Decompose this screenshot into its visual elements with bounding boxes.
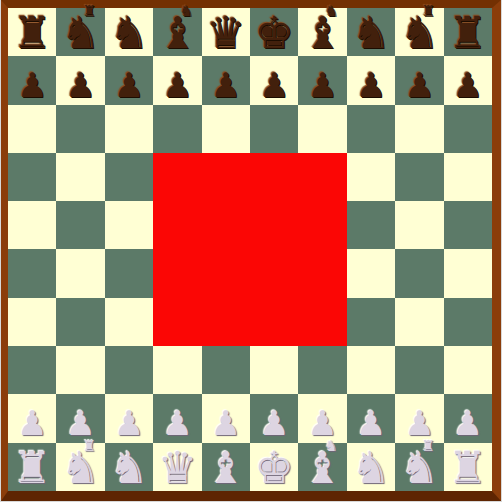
chess-board: ♜♞♜♞♝♞♛♚♝♞♞♞♜♜♟♟♟♟♟♟♟♟♟♟♟♟♟♟♟♟♟♟♟♟♜♞♜♞♛♝…: [8, 8, 492, 491]
board-frame: ♜♞♜♞♝♞♛♚♝♞♞♞♜♜♟♟♟♟♟♟♟♟♟♟♟♟♟♟♟♟♟♟♟♟♜♞♜♞♛♝…: [1, 0, 501, 501]
square-r6c10[interactable]: [444, 249, 492, 297]
square-r5c8[interactable]: [347, 201, 395, 249]
square-r3c5[interactable]: [202, 105, 250, 153]
black-chancellor-piece: ♞♜: [56, 8, 104, 56]
square-r3c2[interactable]: [56, 105, 104, 153]
square-r8c6[interactable]: [250, 346, 298, 394]
black-king-piece: ♚: [250, 8, 298, 56]
square-r8c2[interactable]: [56, 346, 104, 394]
square-r4c9[interactable]: [395, 153, 443, 201]
square-r5c10[interactable]: [444, 201, 492, 249]
square-r3c9[interactable]: [395, 105, 443, 153]
square-r2c7[interactable]: ♟: [298, 56, 346, 104]
white-pawn-piece: ♟: [347, 394, 395, 442]
square-r10c5[interactable]: ♝: [202, 443, 250, 491]
white-queen-piece: ♛: [153, 443, 201, 491]
black-pawn-piece: ♟: [444, 56, 492, 104]
square-r1c9[interactable]: ♞♜: [395, 8, 443, 56]
square-r6c9[interactable]: [395, 249, 443, 297]
square-r9c2[interactable]: ♟: [56, 394, 104, 442]
square-r7c10[interactable]: [444, 298, 492, 346]
square-r3c4[interactable]: [153, 105, 201, 153]
square-r3c6[interactable]: [250, 105, 298, 153]
black-chancellor-piece-crown-icon: ♜: [83, 4, 96, 19]
square-r1c3[interactable]: ♞: [105, 8, 153, 56]
white-chancellor-piece: ♞♜: [395, 443, 443, 491]
square-r8c5[interactable]: [202, 346, 250, 394]
square-r8c10[interactable]: [444, 346, 492, 394]
square-r7c9[interactable]: [395, 298, 443, 346]
black-pawn-piece: ♟: [153, 56, 201, 104]
square-r9c10[interactable]: ♟: [444, 394, 492, 442]
black-pawn-piece: ♟: [298, 56, 346, 104]
square-r10c10[interactable]: ♜: [444, 443, 492, 491]
square-r1c2[interactable]: ♞♜: [56, 8, 104, 56]
white-rook-piece: ♜: [444, 443, 492, 491]
square-r4c1[interactable]: [8, 153, 56, 201]
square-r6c3[interactable]: [105, 249, 153, 297]
black-rook-piece: ♜: [444, 8, 492, 56]
black-pawn-piece: ♟: [202, 56, 250, 104]
square-r2c4[interactable]: ♟: [153, 56, 201, 104]
square-r6c1[interactable]: [8, 249, 56, 297]
square-r1c7[interactable]: ♝♞: [298, 8, 346, 56]
square-r8c4[interactable]: [153, 346, 201, 394]
black-pawn-piece: ♟: [105, 56, 153, 104]
square-r10c9[interactable]: ♞♜: [395, 443, 443, 491]
white-pawn-piece: ♟: [250, 394, 298, 442]
square-r1c6[interactable]: ♚: [250, 8, 298, 56]
square-r3c1[interactable]: [8, 105, 56, 153]
square-r7c8[interactable]: [347, 298, 395, 346]
white-knight-piece: ♞: [105, 443, 153, 491]
square-r8c7[interactable]: [298, 346, 346, 394]
black-archbishop-piece-crown-icon: ♞: [179, 4, 192, 19]
square-r7c3[interactable]: [105, 298, 153, 346]
square-r6c8[interactable]: [347, 249, 395, 297]
square-r8c8[interactable]: [347, 346, 395, 394]
black-pawn-piece: ♟: [250, 56, 298, 104]
square-r8c1[interactable]: [8, 346, 56, 394]
square-r10c3[interactable]: ♞: [105, 443, 153, 491]
square-r10c7[interactable]: ♝♞: [298, 443, 346, 491]
white-chancellor-piece: ♞♜: [56, 443, 104, 491]
white-king-piece: ♚: [250, 443, 298, 491]
game-window: ♜♞♜♞♝♞♛♚♝♞♞♞♜♜♟♟♟♟♟♟♟♟♟♟♟♟♟♟♟♟♟♟♟♟♜♞♜♞♛♝…: [0, 0, 504, 503]
white-archbishop-piece: ♝♞: [298, 443, 346, 491]
black-queen-piece: ♛: [202, 8, 250, 56]
square-r7c2[interactable]: [56, 298, 104, 346]
black-archbishop-piece: ♝♞: [298, 8, 346, 56]
white-pawn-piece: ♟: [444, 394, 492, 442]
white-pawn-piece: ♟: [8, 394, 56, 442]
black-knight-piece: ♞: [347, 8, 395, 56]
white-pawn-piece: ♟: [395, 394, 443, 442]
square-r10c6[interactable]: ♚: [250, 443, 298, 491]
black-chancellor-piece: ♞♜: [395, 8, 443, 56]
square-r10c4[interactable]: ♛: [153, 443, 201, 491]
red-highlight-square: [153, 153, 347, 346]
square-r3c10[interactable]: [444, 105, 492, 153]
square-r8c3[interactable]: [105, 346, 153, 394]
white-rook-piece: ♜: [8, 443, 56, 491]
square-r4c2[interactable]: [56, 153, 104, 201]
square-r9c6[interactable]: ♟: [250, 394, 298, 442]
square-r2c10[interactable]: ♟: [444, 56, 492, 104]
square-r9c7[interactable]: ♟: [298, 394, 346, 442]
square-r4c10[interactable]: [444, 153, 492, 201]
square-r2c5[interactable]: ♟: [202, 56, 250, 104]
square-r2c9[interactable]: ♟: [395, 56, 443, 104]
square-r9c5[interactable]: ♟: [202, 394, 250, 442]
square-r1c10[interactable]: ♜: [444, 8, 492, 56]
black-knight-piece: ♞: [105, 8, 153, 56]
square-r9c8[interactable]: ♟: [347, 394, 395, 442]
square-r2c1[interactable]: ♟: [8, 56, 56, 104]
square-r3c7[interactable]: [298, 105, 346, 153]
square-r4c3[interactable]: [105, 153, 153, 201]
white-pawn-piece: ♟: [202, 394, 250, 442]
square-r4c8[interactable]: [347, 153, 395, 201]
square-r8c9[interactable]: [395, 346, 443, 394]
square-r7c1[interactable]: [8, 298, 56, 346]
square-r1c4[interactable]: ♝♞: [153, 8, 201, 56]
square-r5c2[interactable]: [56, 201, 104, 249]
black-archbishop-piece-crown-icon: ♞: [325, 4, 338, 19]
black-pawn-piece: ♟: [347, 56, 395, 104]
square-r9c1[interactable]: ♟: [8, 394, 56, 442]
square-r10c2[interactable]: ♞♜: [56, 443, 104, 491]
black-chancellor-piece-crown-icon: ♜: [421, 4, 434, 19]
white-pawn-piece: ♟: [153, 394, 201, 442]
white-pawn-piece: ♟: [56, 394, 104, 442]
black-archbishop-piece: ♝♞: [153, 8, 201, 56]
square-r1c5[interactable]: ♛: [202, 8, 250, 56]
square-r5c1[interactable]: [8, 201, 56, 249]
white-knight-piece: ♞: [347, 443, 395, 491]
square-r2c8[interactable]: ♟: [347, 56, 395, 104]
square-r10c8[interactable]: ♞: [347, 443, 395, 491]
square-r3c3[interactable]: [105, 105, 153, 153]
black-pawn-piece: ♟: [395, 56, 443, 104]
square-r10c1[interactable]: ♜: [8, 443, 56, 491]
square-r2c3[interactable]: ♟: [105, 56, 153, 104]
square-r9c4[interactable]: ♟: [153, 394, 201, 442]
square-r3c8[interactable]: [347, 105, 395, 153]
square-r9c9[interactable]: ♟: [395, 394, 443, 442]
square-r6c2[interactable]: [56, 249, 104, 297]
white-pawn-piece: ♟: [105, 394, 153, 442]
white-pawn-piece: ♟: [298, 394, 346, 442]
black-rook-piece: ♜: [8, 8, 56, 56]
square-r2c6[interactable]: ♟: [250, 56, 298, 104]
square-r5c3[interactable]: [105, 201, 153, 249]
black-pawn-piece: ♟: [8, 56, 56, 104]
square-r1c8[interactable]: ♞: [347, 8, 395, 56]
black-pawn-piece: ♟: [56, 56, 104, 104]
square-r2c2[interactable]: ♟: [56, 56, 104, 104]
square-r9c3[interactable]: ♟: [105, 394, 153, 442]
square-r1c1[interactable]: ♜: [8, 8, 56, 56]
square-r5c9[interactable]: [395, 201, 443, 249]
white-bishop-piece: ♝: [202, 443, 250, 491]
